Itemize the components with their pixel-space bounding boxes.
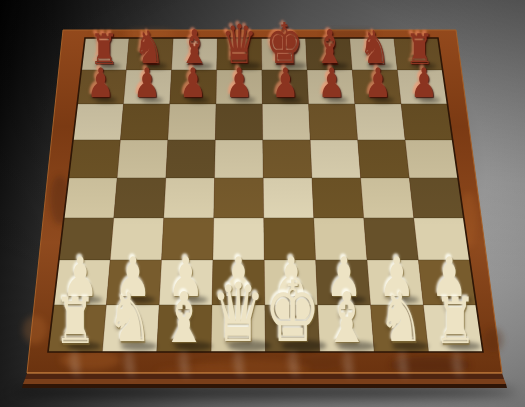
piece-black-pawn-b7[interactable]: ♟	[133, 74, 160, 104]
frame-lower-layer	[23, 379, 506, 384]
piece-white-bishop-c1[interactable]: ♝	[161, 301, 208, 353]
piece-black-pawn-g7[interactable]: ♟	[364, 74, 391, 104]
piece-black-pawn-h7[interactable]: ♟	[410, 74, 437, 104]
piece-white-rook-a1[interactable]: ♜	[54, 306, 96, 353]
piece-white-knight-g1[interactable]: ♞	[378, 303, 424, 354]
wood-grain-blotch	[23, 316, 47, 344]
piece-black-pawn-e7[interactable]: ♟	[272, 74, 299, 104]
piece-black-pawn-f7[interactable]: ♟	[318, 74, 345, 104]
piece-black-pawn-a7[interactable]: ♟	[87, 74, 114, 104]
piece-black-pawn-c7[interactable]: ♟	[179, 74, 206, 104]
piece-white-king-e1[interactable]: ♚	[264, 292, 320, 355]
piece-white-queen-d1[interactable]: ♛	[211, 294, 265, 355]
chess-scene: ♜♞♝♛♚♝♞♜♟♟♟♟♟♟♟♟♟♟♟♟♟♟♟♟♜♞♝♛♚♝♞♜	[0, 0, 525, 407]
frame-bottom-shadow-edge	[22, 384, 507, 388]
piece-white-knight-b1[interactable]: ♞	[107, 303, 153, 354]
piece-white-bishop-f1[interactable]: ♝	[323, 301, 370, 353]
frame-bevel-face	[25, 373, 504, 379]
wood-grain-blotch	[483, 328, 503, 352]
piece-white-rook-h1[interactable]: ♜	[434, 306, 476, 353]
piece-black-pawn-d7[interactable]: ♟	[226, 74, 253, 104]
